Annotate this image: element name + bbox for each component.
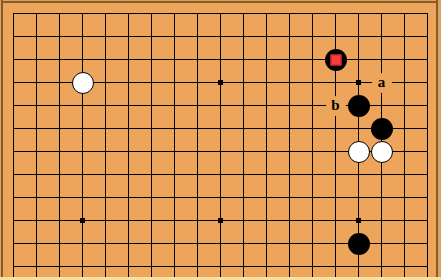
board-intersection	[370, 25, 393, 48]
board-intersection	[94, 48, 117, 71]
board-intersection	[94, 209, 117, 232]
board-intersection	[209, 117, 232, 140]
board-intersection	[186, 2, 209, 25]
board-intersection	[255, 186, 278, 209]
board-intersection	[278, 232, 301, 255]
board-intersection	[2, 255, 25, 278]
go-board: ab	[2, 2, 439, 278]
board-intersection	[2, 2, 25, 25]
board-intersection	[255, 48, 278, 71]
board-intersection	[370, 186, 393, 209]
board-intersection	[324, 2, 347, 25]
board-intersection	[209, 94, 232, 117]
point-label-a: a	[372, 73, 392, 93]
board-intersection	[94, 25, 117, 48]
board-intersection	[393, 140, 416, 163]
board-intersection	[278, 71, 301, 94]
board-intersection	[301, 94, 324, 117]
board-intersection	[186, 117, 209, 140]
board-intersection	[232, 71, 255, 94]
board-intersection	[163, 117, 186, 140]
board-intersection	[324, 25, 347, 48]
board-intersection	[163, 209, 186, 232]
board-intersection	[232, 25, 255, 48]
board-intersection	[25, 163, 48, 186]
board-intersection	[209, 48, 232, 71]
board-intersection	[370, 94, 393, 117]
board-intersection	[301, 48, 324, 71]
board-intersection	[278, 117, 301, 140]
board-intersection	[48, 71, 71, 94]
board-intersection	[163, 163, 186, 186]
black-stone	[325, 49, 347, 71]
board-intersection	[232, 2, 255, 25]
board-intersection	[347, 71, 370, 94]
board-intersection	[140, 255, 163, 278]
board-intersection	[347, 25, 370, 48]
board-intersection	[25, 94, 48, 117]
board-intersection	[140, 48, 163, 71]
board-intersection	[71, 163, 94, 186]
board-intersection	[255, 255, 278, 278]
board-intersection	[2, 140, 25, 163]
board-intersection	[2, 94, 25, 117]
board-intersection	[48, 117, 71, 140]
board-intersection	[186, 232, 209, 255]
board-intersection	[301, 140, 324, 163]
board-intersection	[71, 255, 94, 278]
board-intersection	[117, 94, 140, 117]
board-intersection	[393, 117, 416, 140]
black-stone	[348, 95, 370, 117]
board-intersection	[232, 117, 255, 140]
board-intersection	[324, 232, 347, 255]
board-intersection	[163, 232, 186, 255]
board-intersection	[94, 232, 117, 255]
board-intersection	[186, 25, 209, 48]
board-intersection	[48, 2, 71, 25]
board-intersection	[255, 209, 278, 232]
board-intersection	[94, 117, 117, 140]
board-intersection	[25, 255, 48, 278]
board-intersection	[393, 71, 416, 94]
star-point	[218, 80, 223, 85]
board-intersection	[347, 140, 370, 163]
board-intersection	[393, 2, 416, 25]
board-intersection	[163, 48, 186, 71]
board-intersection	[25, 71, 48, 94]
board-intersection	[140, 71, 163, 94]
board-intersection	[25, 232, 48, 255]
board-intersection	[25, 140, 48, 163]
board-intersection	[48, 94, 71, 117]
board-intersection	[117, 255, 140, 278]
star-point	[356, 80, 361, 85]
board-intersection	[140, 94, 163, 117]
board-intersection	[25, 209, 48, 232]
board-intersection	[71, 48, 94, 71]
board-intersection	[94, 163, 117, 186]
black-stone	[371, 118, 393, 140]
board-intersection	[117, 71, 140, 94]
board-intersection	[232, 163, 255, 186]
board-intersection	[71, 232, 94, 255]
board-intersection	[140, 25, 163, 48]
go-board-diagram: ab	[0, 0, 441, 280]
board-intersection	[140, 2, 163, 25]
star-point	[218, 218, 223, 223]
board-intersection	[209, 255, 232, 278]
board-intersection	[2, 186, 25, 209]
board-intersection	[393, 94, 416, 117]
board-intersection	[48, 140, 71, 163]
board-intersection	[71, 71, 94, 94]
board-intersection	[117, 209, 140, 232]
board-intersection	[117, 25, 140, 48]
white-stone	[72, 72, 94, 94]
board-intersection	[209, 186, 232, 209]
board-intersection	[255, 232, 278, 255]
board-intersection	[370, 163, 393, 186]
board-intersection	[117, 48, 140, 71]
board-intersection	[347, 209, 370, 232]
board-intersection	[278, 186, 301, 209]
board-intersection	[278, 2, 301, 25]
board-intersection	[370, 48, 393, 71]
board-intersection	[163, 186, 186, 209]
board-intersection	[301, 71, 324, 94]
board-intersection	[25, 25, 48, 48]
board-intersection	[393, 25, 416, 48]
board-intersection	[255, 117, 278, 140]
board-intersection	[370, 255, 393, 278]
board-intersection	[140, 117, 163, 140]
board-intersection	[117, 186, 140, 209]
board-intersection	[324, 186, 347, 209]
board-intersection	[393, 209, 416, 232]
board-intersection	[393, 48, 416, 71]
board-intersection	[140, 140, 163, 163]
board-intersection	[117, 140, 140, 163]
board-intersection	[25, 48, 48, 71]
board-intersection	[209, 71, 232, 94]
board-intersection	[301, 163, 324, 186]
board-intersection	[48, 25, 71, 48]
board-intersection	[370, 2, 393, 25]
board-intersection	[48, 163, 71, 186]
board-intersection	[25, 117, 48, 140]
black-stone	[348, 233, 370, 255]
board-intersection	[163, 255, 186, 278]
board-intersection	[186, 209, 209, 232]
board-intersection	[2, 117, 25, 140]
board-intersection	[232, 209, 255, 232]
board-intersection	[232, 48, 255, 71]
board-intersection	[71, 117, 94, 140]
board-intersection	[140, 186, 163, 209]
board-intersection	[94, 186, 117, 209]
board-intersection	[117, 163, 140, 186]
board-intersection	[71, 209, 94, 232]
board-intersection	[71, 94, 94, 117]
board-intersection	[48, 255, 71, 278]
board-intersection	[278, 48, 301, 71]
board-intersection	[2, 25, 25, 48]
board-intersection	[278, 163, 301, 186]
board-intersection	[301, 209, 324, 232]
board-intersection	[163, 2, 186, 25]
board-intersection	[393, 186, 416, 209]
board-intersection	[209, 232, 232, 255]
board-intersection	[71, 140, 94, 163]
board-intersection	[232, 94, 255, 117]
board-intersection	[393, 232, 416, 255]
board-intersection	[140, 209, 163, 232]
board-intersection	[94, 94, 117, 117]
board-intersection	[186, 163, 209, 186]
board-intersection	[71, 2, 94, 25]
board-intersection	[232, 140, 255, 163]
board-intersection	[232, 232, 255, 255]
board-intersection	[370, 117, 393, 140]
board-intersection	[209, 140, 232, 163]
board-intersection	[2, 48, 25, 71]
red-square-marker	[330, 54, 341, 65]
board-intersection	[163, 94, 186, 117]
board-intersection	[255, 71, 278, 94]
board-intersection	[255, 2, 278, 25]
board-intersection: a	[370, 71, 393, 94]
board-intersection	[347, 2, 370, 25]
board-intersection	[48, 48, 71, 71]
board-intersection	[278, 140, 301, 163]
board-intersection	[324, 117, 347, 140]
board-intersection	[163, 71, 186, 94]
board-intersection	[347, 117, 370, 140]
board-intersection	[370, 232, 393, 255]
board-intersection	[117, 2, 140, 25]
board-intersection	[232, 255, 255, 278]
board-intersection	[347, 255, 370, 278]
board-intersection	[94, 71, 117, 94]
board-intersection	[255, 140, 278, 163]
board-intersection	[94, 255, 117, 278]
board-intersection	[163, 140, 186, 163]
board-intersection	[393, 163, 416, 186]
board-intersection	[48, 232, 71, 255]
board-intersection	[278, 255, 301, 278]
board-intersection	[393, 255, 416, 278]
board-intersection	[25, 186, 48, 209]
board-intersection	[324, 163, 347, 186]
white-stone	[371, 141, 393, 163]
board-intersection	[117, 117, 140, 140]
board-intersection	[186, 48, 209, 71]
point-label-b: b	[326, 96, 346, 116]
board-intersection	[347, 232, 370, 255]
board-intersection	[301, 232, 324, 255]
board-intersection	[186, 71, 209, 94]
board-intersection	[255, 163, 278, 186]
board-intersection	[301, 2, 324, 25]
board-intersection	[71, 186, 94, 209]
board-intersection	[94, 2, 117, 25]
board-intersection	[48, 209, 71, 232]
board-intersection	[2, 71, 25, 94]
board-intersection	[324, 140, 347, 163]
board-intersection	[324, 71, 347, 94]
board-intersection	[163, 25, 186, 48]
board-intersection	[209, 2, 232, 25]
board-intersection	[347, 186, 370, 209]
frame-top-edge	[0, 1, 441, 3]
board-intersection	[301, 186, 324, 209]
board-intersection	[324, 255, 347, 278]
board-intersection	[347, 48, 370, 71]
board-intersection	[186, 94, 209, 117]
board-intersection	[278, 209, 301, 232]
board-intersection	[209, 163, 232, 186]
board-intersection	[2, 232, 25, 255]
board-intersection	[2, 209, 25, 232]
star-point	[356, 218, 361, 223]
star-point	[80, 218, 85, 223]
board-intersection	[255, 94, 278, 117]
board-intersection: b	[324, 94, 347, 117]
board-intersection	[301, 255, 324, 278]
frame-left-edge	[1, 0, 3, 280]
board-intersection	[117, 232, 140, 255]
board-intersection	[255, 25, 278, 48]
board-intersection	[301, 117, 324, 140]
board-intersection	[324, 209, 347, 232]
board-intersection	[278, 25, 301, 48]
board-intersection	[370, 140, 393, 163]
board-intersection	[301, 25, 324, 48]
board-intersection	[209, 209, 232, 232]
board-intersection	[71, 25, 94, 48]
board-intersection	[278, 94, 301, 117]
board-intersection	[25, 2, 48, 25]
board-intersection	[186, 186, 209, 209]
board-intersection	[209, 25, 232, 48]
board-intersection	[232, 186, 255, 209]
board-intersection	[140, 232, 163, 255]
board-intersection	[2, 163, 25, 186]
board-intersection	[324, 48, 347, 71]
board-intersection	[186, 140, 209, 163]
board-intersection	[370, 209, 393, 232]
board-intersection	[186, 255, 209, 278]
board-intersection	[48, 186, 71, 209]
board-intersection	[140, 163, 163, 186]
board-intersection	[347, 163, 370, 186]
white-stone	[348, 141, 370, 163]
board-intersection	[94, 140, 117, 163]
board-intersection	[347, 94, 370, 117]
